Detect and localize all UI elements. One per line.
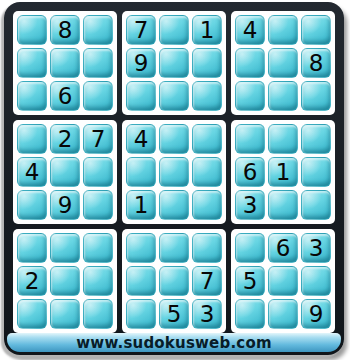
sudoku-board: 867194827494161327536359: [13, 11, 335, 333]
cell-r5c3[interactable]: [83, 157, 113, 187]
cell-r7c8[interactable]: 6: [268, 233, 298, 263]
cell-r2c1[interactable]: [17, 48, 47, 78]
cell-r6c3[interactable]: [83, 190, 113, 220]
cell-r4c6[interactable]: [192, 124, 222, 154]
cell-r8c1[interactable]: 2: [17, 266, 47, 296]
cell-r8c7[interactable]: 5: [235, 266, 265, 296]
box-3-1: 2: [13, 229, 117, 333]
cell-r1c5[interactable]: [159, 15, 189, 45]
cell-r9c4[interactable]: [126, 299, 156, 329]
cell-r6c9[interactable]: [301, 190, 331, 220]
cell-r3c6[interactable]: [192, 81, 222, 111]
footer-bar: www.sudokusweb.com: [7, 333, 341, 352]
cell-r3c2[interactable]: 6: [50, 81, 80, 111]
cell-r3c9[interactable]: [301, 81, 331, 111]
cell-r4c8[interactable]: [268, 124, 298, 154]
cell-r2c3[interactable]: [83, 48, 113, 78]
cell-r8c6[interactable]: 7: [192, 266, 222, 296]
cell-r6c8[interactable]: [268, 190, 298, 220]
cell-r5c8[interactable]: 1: [268, 157, 298, 187]
cell-r3c7[interactable]: [235, 81, 265, 111]
cell-r7c2[interactable]: [50, 233, 80, 263]
cell-r5c7[interactable]: 6: [235, 157, 265, 187]
box-1-3: 48: [231, 11, 335, 115]
cell-r9c9[interactable]: 9: [301, 299, 331, 329]
board-frame: 867194827494161327536359 www.sudokusweb.…: [4, 2, 344, 355]
cell-r5c4[interactable]: [126, 157, 156, 187]
cell-r4c2[interactable]: 2: [50, 124, 80, 154]
cell-r1c1[interactable]: [17, 15, 47, 45]
cell-r4c9[interactable]: [301, 124, 331, 154]
cell-r1c7[interactable]: 4: [235, 15, 265, 45]
cell-r1c2[interactable]: 8: [50, 15, 80, 45]
cell-r5c1[interactable]: 4: [17, 157, 47, 187]
cell-r6c1[interactable]: [17, 190, 47, 220]
cell-r9c2[interactable]: [50, 299, 80, 329]
cell-r7c1[interactable]: [17, 233, 47, 263]
cell-r1c3[interactable]: [83, 15, 113, 45]
cell-r7c3[interactable]: [83, 233, 113, 263]
cell-r1c6[interactable]: 1: [192, 15, 222, 45]
cell-r8c9[interactable]: [301, 266, 331, 296]
cell-r9c7[interactable]: [235, 299, 265, 329]
cell-r6c2[interactable]: 9: [50, 190, 80, 220]
cell-r6c4[interactable]: 1: [126, 190, 156, 220]
cell-r8c3[interactable]: [83, 266, 113, 296]
box-3-2: 753: [122, 229, 226, 333]
cell-r4c1[interactable]: [17, 124, 47, 154]
cell-r9c6[interactable]: 3: [192, 299, 222, 329]
box-2-3: 613: [231, 120, 335, 224]
cell-r3c3[interactable]: [83, 81, 113, 111]
cell-r1c8[interactable]: [268, 15, 298, 45]
cell-r5c9[interactable]: [301, 157, 331, 187]
cell-r2c8[interactable]: [268, 48, 298, 78]
cell-r6c7[interactable]: 3: [235, 190, 265, 220]
cell-r2c6[interactable]: [192, 48, 222, 78]
cell-r9c5[interactable]: 5: [159, 299, 189, 329]
site-url: www.sudokusweb.com: [76, 334, 271, 352]
box-2-1: 2749: [13, 120, 117, 224]
cell-r3c4[interactable]: [126, 81, 156, 111]
cell-r9c8[interactable]: [268, 299, 298, 329]
cell-r1c4[interactable]: 7: [126, 15, 156, 45]
cell-r9c3[interactable]: [83, 299, 113, 329]
cell-r2c4[interactable]: 9: [126, 48, 156, 78]
cell-r8c8[interactable]: [268, 266, 298, 296]
cell-r3c5[interactable]: [159, 81, 189, 111]
cell-r2c5[interactable]: [159, 48, 189, 78]
cell-r8c2[interactable]: [50, 266, 80, 296]
cell-r3c1[interactable]: [17, 81, 47, 111]
cell-r3c8[interactable]: [268, 81, 298, 111]
cell-r2c7[interactable]: [235, 48, 265, 78]
cell-r4c5[interactable]: [159, 124, 189, 154]
box-2-2: 41: [122, 120, 226, 224]
cell-r9c1[interactable]: [17, 299, 47, 329]
cell-r7c7[interactable]: [235, 233, 265, 263]
cell-r1c9[interactable]: [301, 15, 331, 45]
cell-r5c6[interactable]: [192, 157, 222, 187]
cell-r2c9[interactable]: 8: [301, 48, 331, 78]
cell-r8c4[interactable]: [126, 266, 156, 296]
cell-r6c5[interactable]: [159, 190, 189, 220]
cell-r4c7[interactable]: [235, 124, 265, 154]
cell-r7c5[interactable]: [159, 233, 189, 263]
cell-r5c2[interactable]: [50, 157, 80, 187]
cell-r7c6[interactable]: [192, 233, 222, 263]
cell-r7c4[interactable]: [126, 233, 156, 263]
cell-r5c5[interactable]: [159, 157, 189, 187]
box-3-3: 6359: [231, 229, 335, 333]
cell-r8c5[interactable]: [159, 266, 189, 296]
box-1-1: 86: [13, 11, 117, 115]
cell-r4c3[interactable]: 7: [83, 124, 113, 154]
box-1-2: 719: [122, 11, 226, 115]
cell-r7c9[interactable]: 3: [301, 233, 331, 263]
cell-r2c2[interactable]: [50, 48, 80, 78]
cell-r6c6[interactable]: [192, 190, 222, 220]
cell-r4c4[interactable]: 4: [126, 124, 156, 154]
